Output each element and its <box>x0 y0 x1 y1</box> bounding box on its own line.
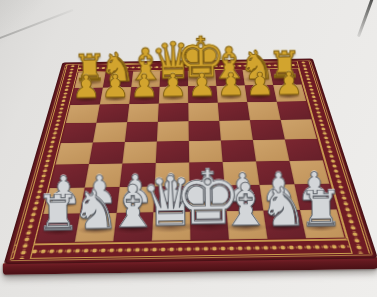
square-e5[interactable] <box>188 120 220 140</box>
square-d6[interactable] <box>157 103 188 122</box>
square-g6[interactable] <box>247 101 280 120</box>
photo-scene: ♜♞♝♛♚♝♞♜♟♟♟♟♟♟♟♟♟♟♟♟♟♟♟♟♜♞♝♛♚♝♞♜ <box>0 0 377 297</box>
square-g4[interactable] <box>252 139 289 161</box>
gold-pawn-d7[interactable]: ♟ <box>159 71 188 103</box>
square-a5[interactable] <box>60 122 96 142</box>
square-h4[interactable] <box>284 139 322 161</box>
gold-pawn-g7[interactable]: ♟ <box>245 69 274 101</box>
gold-pawn-c7[interactable]: ♟ <box>130 71 159 103</box>
square-c4[interactable] <box>122 141 156 163</box>
square-a4[interactable] <box>55 142 92 164</box>
gold-pawn-h7[interactable]: ♟ <box>274 69 303 101</box>
square-f6[interactable] <box>217 102 249 121</box>
square-b4[interactable] <box>88 142 124 164</box>
silver-rook-h1[interactable]: ♜ <box>298 184 343 234</box>
square-g5[interactable] <box>249 119 284 139</box>
gold-pawn-e7[interactable]: ♟ <box>188 70 217 102</box>
gold-pawn-f7[interactable]: ♟ <box>216 70 245 102</box>
gold-pawn-b7[interactable]: ♟ <box>101 71 130 103</box>
square-e6[interactable] <box>188 102 219 121</box>
square-f5[interactable] <box>219 120 253 140</box>
gold-pawn-a7[interactable]: ♟ <box>72 72 101 104</box>
square-c5[interactable] <box>124 121 157 141</box>
square-c6[interactable] <box>127 103 159 122</box>
square-h6[interactable] <box>276 101 311 120</box>
square-b6[interactable] <box>96 104 129 123</box>
square-b5[interactable] <box>92 122 126 142</box>
square-d5[interactable] <box>156 121 188 141</box>
square-a6[interactable] <box>65 104 99 123</box>
board-assembly: ♜♞♝♛♚♝♞♜♟♟♟♟♟♟♟♟♟♟♟♟♟♟♟♟♜♞♝♛♚♝♞♜ <box>0 0 377 297</box>
square-h5[interactable] <box>280 119 316 139</box>
